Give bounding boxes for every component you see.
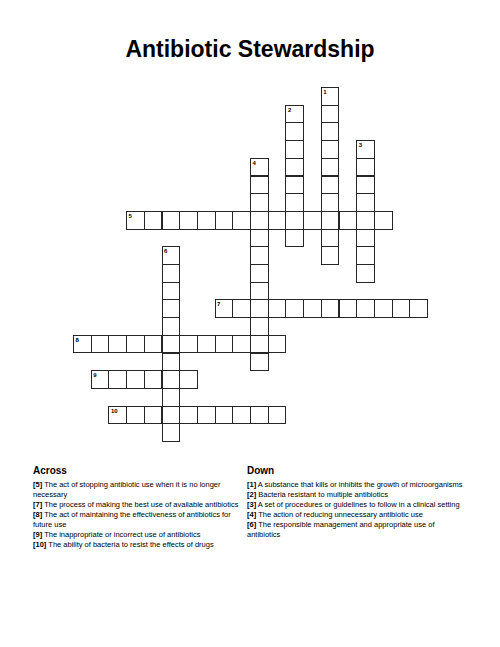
grid-cell[interactable]	[179, 335, 198, 354]
grid-cell[interactable]	[268, 299, 287, 318]
grid-cell[interactable]	[250, 193, 269, 212]
clue-across-8: [8] The act of maintaining the effective…	[33, 510, 240, 530]
grid-cell[interactable]	[392, 299, 411, 318]
clue-number: [3]	[247, 500, 256, 509]
grid-cell[interactable]	[356, 176, 375, 195]
grid-cell[interactable]	[250, 176, 269, 195]
clue-down-4: [4] The action of reducing unnecessary a…	[247, 510, 465, 520]
clue-text: The action of reducing unnecessary antib…	[258, 510, 423, 519]
grid-cell[interactable]	[162, 388, 181, 407]
grid-cell[interactable]	[179, 406, 198, 425]
grid-cell[interactable]	[321, 105, 340, 124]
clue-down-2: [2] Bacteria resistant to multiple antib…	[247, 490, 465, 500]
grid-cell[interactable]: 8	[73, 335, 92, 354]
grid-cell[interactable]	[250, 246, 269, 265]
grid-cell[interactable]	[162, 406, 181, 425]
down-clues: Down [1] A substance that kills or inhib…	[247, 465, 465, 540]
clue-text: The inappropriate or incorrect use of an…	[44, 530, 200, 539]
clue-number: [6]	[247, 520, 256, 529]
grid-cell[interactable]	[232, 335, 251, 354]
grid-cell[interactable]	[285, 158, 304, 177]
cell-number: 4	[251, 159, 268, 166]
clue-number: [8]	[33, 510, 42, 519]
grid-cell[interactable]	[215, 211, 234, 230]
grid-cell[interactable]	[321, 140, 340, 159]
grid-cell[interactable]: 1	[321, 87, 340, 106]
grid-cell[interactable]	[321, 211, 340, 230]
clue-text: The responsible management and appropria…	[247, 520, 435, 539]
crossword-board: 12345678910	[73, 87, 429, 443]
across-heading: Across	[33, 465, 240, 476]
grid-cell[interactable]	[162, 317, 181, 336]
clue-text: A substance that kills or inhibits the g…	[258, 480, 463, 489]
clue-across-5: [5] The act of stopping antibiotic use w…	[33, 480, 240, 500]
grid-cell[interactable]	[356, 246, 375, 265]
grid-cell[interactable]	[250, 299, 269, 318]
across-clues: Across [5] The act of stopping antibioti…	[33, 465, 240, 550]
grid-cell[interactable]	[321, 299, 340, 318]
grid-cell[interactable]	[339, 211, 358, 230]
grid-cell[interactable]	[179, 211, 198, 230]
grid-cell[interactable]	[162, 353, 181, 372]
grid-cell[interactable]	[409, 299, 428, 318]
clue-text: The ability of bacteria to resist the ef…	[48, 540, 213, 549]
grid-cell[interactable]	[321, 158, 340, 177]
grid-cell[interactable]	[321, 176, 340, 195]
grid-cell[interactable]	[321, 246, 340, 265]
cell-number: 3	[357, 141, 374, 148]
grid-cell[interactable]	[162, 299, 181, 318]
grid-cell[interactable]	[162, 335, 181, 354]
grid-cell[interactable]	[250, 282, 269, 301]
grid-cell[interactable]	[215, 335, 234, 354]
cell-number: 6	[163, 247, 180, 254]
grid-cell[interactable]	[356, 299, 375, 318]
down-heading: Down	[247, 465, 465, 476]
cell-number: 5	[127, 212, 144, 219]
clue-down-3: [3] A set of procedures or guidelines to…	[247, 500, 465, 510]
grid-cell[interactable]	[374, 299, 393, 318]
grid-cell[interactable]	[285, 299, 304, 318]
grid-cell[interactable]	[356, 193, 375, 212]
grid-cell[interactable]: 2	[285, 105, 304, 124]
clue-number: [5]	[33, 480, 42, 489]
clue-number: [7]	[33, 500, 42, 509]
grid-cell[interactable]	[250, 229, 269, 248]
grid-cell[interactable]	[126, 406, 145, 425]
grid-cell[interactable]: 5	[126, 211, 145, 230]
grid-cell[interactable]	[197, 406, 216, 425]
grid-cell[interactable]	[321, 193, 340, 212]
clue-across-7: [7] The process of making the best use o…	[33, 500, 240, 510]
clue-number: [10]	[33, 540, 46, 549]
grid-cell[interactable]	[268, 406, 287, 425]
grid-cell[interactable]	[250, 264, 269, 283]
grid-cell[interactable]	[285, 229, 304, 248]
grid-cell[interactable]: 10	[108, 406, 127, 425]
clue-down-6: [6] The responsible management and appro…	[247, 520, 465, 540]
grid-cell[interactable]	[303, 299, 322, 318]
grid-cell[interactable]	[339, 299, 358, 318]
page: Antibiotic Stewardship 12345678910 Acros…	[0, 0, 500, 647]
grid-cell[interactable]	[108, 370, 127, 389]
grid-cell[interactable]	[126, 370, 145, 389]
grid-cell[interactable]	[232, 211, 251, 230]
clue-across-9: [9] The inappropriate or incorrect use o…	[33, 530, 240, 540]
grid-cell[interactable]	[374, 211, 393, 230]
clue-text: Bacteria resistant to multiple antibioti…	[258, 490, 388, 499]
grid-cell[interactable]	[162, 264, 181, 283]
cell-number: 2	[286, 106, 303, 113]
cell-number: 1	[322, 88, 339, 95]
grid-cell[interactable]: 4	[250, 158, 269, 177]
grid-cell[interactable]	[268, 335, 287, 354]
grid-cell[interactable]	[356, 229, 375, 248]
grid-cell[interactable]	[215, 406, 234, 425]
grid-cell[interactable]	[285, 193, 304, 212]
clue-across-10: [10] The ability of bacteria to resist t…	[33, 540, 240, 550]
grid-cell[interactable]	[232, 299, 251, 318]
grid-cell[interactable]	[250, 211, 269, 230]
grid-cell[interactable]	[162, 370, 181, 389]
grid-cell[interactable]	[250, 353, 269, 372]
grid-cell[interactable]: 9	[91, 370, 110, 389]
grid-cell[interactable]	[321, 229, 340, 248]
grid-cell[interactable]	[197, 335, 216, 354]
grid-cell[interactable]	[250, 335, 269, 354]
clue-text: The act of maintaining the effectiveness…	[33, 510, 231, 529]
grid-cell[interactable]	[356, 158, 375, 177]
grid-cell[interactable]	[285, 211, 304, 230]
grid-cell[interactable]	[285, 176, 304, 195]
cell-number: 10	[109, 407, 126, 414]
grid-cell[interactable]	[285, 122, 304, 141]
clue-text: The process of making the best use of av…	[44, 500, 238, 509]
clue-text: A set of procedures or guidelines to fol…	[258, 500, 460, 509]
grid-cell[interactable]: 6	[162, 246, 181, 265]
clue-down-1: [1] A substance that kills or inhibits t…	[247, 480, 465, 490]
clue-number: [4]	[247, 510, 256, 519]
grid-cell[interactable]	[356, 264, 375, 283]
cell-number: 7	[216, 300, 233, 307]
grid-cell[interactable]	[303, 211, 322, 230]
grid-cell[interactable]	[197, 211, 216, 230]
grid-cell[interactable]: 7	[215, 299, 234, 318]
cell-number: 9	[92, 371, 109, 378]
grid-cell[interactable]	[91, 335, 110, 354]
grid-cell[interactable]	[144, 211, 163, 230]
grid-cell[interactable]	[144, 370, 163, 389]
clue-number: [9]	[33, 530, 42, 539]
grid-cell[interactable]	[232, 406, 251, 425]
grid-cell[interactable]	[144, 406, 163, 425]
grid-cell[interactable]	[108, 335, 127, 354]
clue-text: The act of stopping antibiotic use when …	[33, 480, 220, 499]
puzzle-title: Antibiotic Stewardship	[0, 36, 500, 63]
grid-cell[interactable]	[162, 423, 181, 442]
grid-cell[interactable]	[250, 406, 269, 425]
clue-number: [2]	[247, 490, 256, 499]
grid-cell[interactable]	[250, 317, 269, 336]
grid-cell[interactable]	[126, 335, 145, 354]
grid-cell[interactable]	[179, 370, 198, 389]
cell-number: 8	[74, 336, 91, 343]
grid-cell[interactable]	[162, 282, 181, 301]
grid-cell[interactable]	[356, 211, 375, 230]
grid-cell[interactable]	[268, 211, 287, 230]
clue-number: [1]	[247, 480, 256, 489]
grid-cell[interactable]: 3	[356, 140, 375, 159]
grid-cell[interactable]	[144, 335, 163, 354]
grid-cell[interactable]	[285, 140, 304, 159]
grid-cell[interactable]	[162, 211, 181, 230]
grid-cell[interactable]	[321, 122, 340, 141]
